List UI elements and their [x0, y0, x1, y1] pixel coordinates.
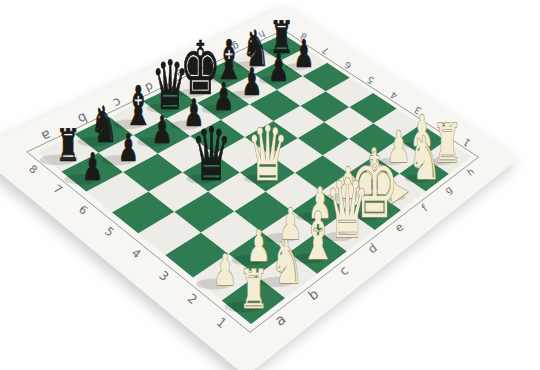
piece-black-rook-a8: ♜: [55, 119, 80, 172]
piece-white-queen-d4: ♛: [247, 110, 289, 198]
piece-black-pawn-c7: ♟: [152, 108, 173, 151]
piece-white-rook-a1: ♜: [239, 257, 269, 321]
chess-set-photo: aabbccddeeffgghh1122334455667788♜♞♟♝♟♚♟♛…: [0, 0, 540, 370]
piece-white-knight-b1: ♞: [270, 227, 303, 297]
piece-white-pawn-a2: ♟: [213, 245, 237, 294]
piece-black-pawn-h7: ♟: [293, 33, 314, 76]
piece-black-queen-c5: ♛: [191, 111, 232, 196]
chessboard-perspective-view: aabbccddeeffgghh1122334455667788♜♞♟♝♟♚♟♛…: [0, 0, 540, 370]
piece-black-pawn-g7: ♟: [268, 46, 289, 89]
piece-black-pawn-a7: ♟: [82, 145, 103, 188]
piece-white-bishop-c1: ♝: [300, 198, 337, 275]
piece-black-pawn-f7: ♟: [241, 60, 262, 103]
piece-black-pawn-b7: ♟: [118, 126, 139, 169]
piece-white-knight-g1: ♞: [408, 124, 441, 194]
